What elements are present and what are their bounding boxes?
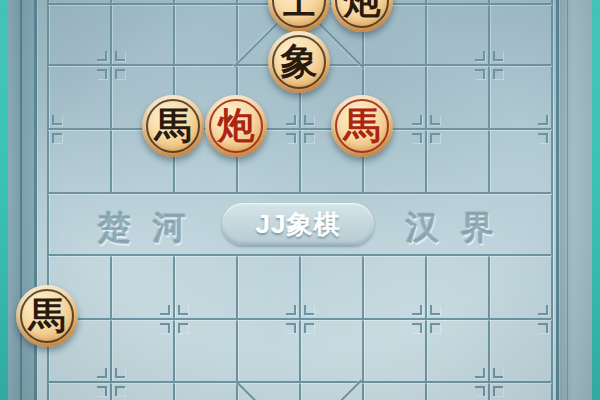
piece-black-cannon[interactable]: 炮 [331, 0, 393, 32]
piece-character: 馬 [331, 95, 393, 157]
point-marker-corner [538, 305, 548, 315]
river-char: 汉 [406, 206, 439, 251]
grid-line [425, 254, 427, 400]
grid-line [173, 254, 175, 400]
point-marker-corner [475, 51, 485, 61]
grid-line [110, 0, 112, 192]
point-marker-corner [412, 305, 422, 315]
point-marker-corner [115, 51, 125, 61]
grid-line [299, 254, 301, 400]
screen-edge-left [0, 0, 8, 400]
point-marker-corner [538, 323, 548, 333]
river-char: 界 [461, 206, 494, 251]
point-marker-corner [115, 69, 125, 79]
point-marker-corner [412, 323, 422, 333]
point-marker-corner [97, 386, 107, 396]
point-marker-corner [430, 305, 440, 315]
point-marker-corner [160, 323, 170, 333]
point-marker-corner [475, 69, 485, 79]
screen-edge-right [592, 0, 600, 400]
piece-character: 象 [268, 31, 330, 93]
point-marker-corner [538, 133, 548, 143]
piece-black-elephant[interactable]: 象 [268, 31, 330, 93]
board-frame-right [559, 0, 592, 400]
piece-character: 炮 [205, 95, 267, 157]
point-marker-corner [286, 323, 296, 333]
frame-groove-right [567, 0, 568, 400]
piece-black-horse[interactable]: 馬 [142, 95, 204, 157]
piece-black-advisor[interactable]: 士 [268, 0, 330, 32]
grid-line [425, 0, 427, 192]
point-marker-corner [430, 115, 440, 125]
grid-line [47, 192, 551, 194]
xiangqi-board-screen: 士炮象馬炮馬馬 楚 河 JJ象棋 汉 界 [0, 0, 600, 400]
point-marker-corner [304, 115, 314, 125]
point-marker-corner [97, 368, 107, 378]
grid-line [488, 254, 490, 400]
point-marker-corner [412, 115, 422, 125]
river-label-han-jie: 汉 界 [406, 206, 494, 251]
point-marker-corner [430, 133, 440, 143]
point-marker-corner [286, 115, 296, 125]
point-marker-corner [493, 69, 503, 79]
point-marker-corner [286, 305, 296, 315]
grid-line [551, 0, 553, 400]
piece-red-horse[interactable]: 馬 [331, 95, 393, 157]
piece-character: 士 [268, 0, 330, 32]
grid-line [110, 254, 112, 400]
grid-line [47, 318, 551, 320]
point-marker-corner [538, 115, 548, 125]
grid-line [47, 381, 551, 383]
point-marker-corner [475, 386, 485, 396]
grid-line [47, 128, 551, 130]
point-marker-corner [97, 51, 107, 61]
grid-line [236, 254, 238, 400]
board-border-right [556, 0, 559, 400]
piece-character: 馬 [142, 95, 204, 157]
logo-text: JJ象棋 [256, 207, 341, 242]
point-marker-corner [493, 386, 503, 396]
point-marker-corner [115, 368, 125, 378]
point-marker-corner [97, 69, 107, 79]
grid-line [47, 254, 551, 256]
point-marker-corner [160, 305, 170, 315]
point-marker-corner [475, 368, 485, 378]
piece-black-horse[interactable]: 馬 [16, 285, 78, 347]
point-marker-corner [304, 305, 314, 315]
point-marker-corner [493, 368, 503, 378]
point-marker-corner [52, 133, 62, 143]
grid-line [488, 0, 490, 192]
point-marker-corner [178, 305, 188, 315]
point-marker-corner [493, 51, 503, 61]
piece-character: 炮 [331, 0, 393, 32]
river-label-chu-he: 楚 河 [98, 206, 186, 251]
river-char: 河 [153, 206, 186, 251]
point-marker-corner [304, 323, 314, 333]
point-marker-corner [430, 323, 440, 333]
grid-line [362, 254, 364, 400]
point-marker-corner [412, 133, 422, 143]
piece-red-cannon[interactable]: 炮 [205, 95, 267, 157]
point-marker-corner [304, 133, 314, 143]
point-marker-corner [52, 115, 62, 125]
piece-character: 馬 [16, 285, 78, 347]
point-marker-corner [115, 386, 125, 396]
point-marker-corner [178, 323, 188, 333]
jj-xiangqi-logo: JJ象棋 [222, 203, 374, 245]
point-marker-corner [286, 133, 296, 143]
river-char: 楚 [98, 206, 131, 251]
